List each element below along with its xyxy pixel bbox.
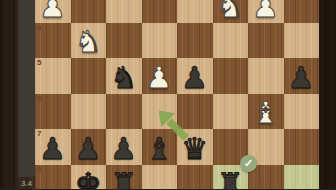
piece-black-knight-f5[interactable]: ♞ [110, 63, 137, 94]
square-d4[interactable] [177, 23, 213, 59]
piece-white-knight-c3[interactable]: ♞ [217, 0, 244, 23]
square-h8[interactable]: 8 [35, 165, 71, 190]
square-e6[interactable] [142, 94, 178, 130]
square-c3[interactable]: ♞ [213, 0, 249, 23]
square-a5[interactable]: ♟ [284, 58, 320, 94]
square-d8[interactable] [177, 165, 213, 190]
checkmark-icon: ✓ [244, 158, 253, 169]
piece-black-pawn-h7[interactable]: ♟ [39, 134, 66, 165]
piece-black-pawn-d5[interactable]: ♟ [181, 63, 208, 94]
chess-board[interactable]: 123♟♞♟4♞5♞♟♟♟6♝7♟♟♟♝♛8♚♜♜ [35, 0, 319, 189]
square-g3[interactable] [71, 0, 107, 23]
square-h5[interactable]: 5 [35, 58, 71, 94]
piece-black-rook-c8[interactable]: ♜ [217, 169, 244, 189]
square-b3[interactable]: ♟ [248, 0, 284, 23]
square-a6[interactable] [284, 94, 320, 130]
rank-label-4: 4 [37, 24, 41, 32]
square-e3[interactable] [142, 0, 178, 23]
piece-black-pawn-g7[interactable]: ♟ [75, 134, 102, 165]
square-c6[interactable] [213, 94, 249, 130]
piece-white-knight-g4[interactable]: ♞ [75, 27, 102, 58]
square-e7[interactable]: ♝ [142, 129, 178, 165]
square-h7[interactable]: 7♟ [35, 129, 71, 165]
square-f3[interactable] [106, 0, 142, 23]
square-f4[interactable] [106, 23, 142, 59]
square-c5[interactable] [213, 58, 249, 94]
square-g8[interactable]: ♚ [71, 165, 107, 190]
square-e5[interactable]: ♟ [142, 58, 178, 94]
square-d7[interactable]: ♛ [177, 129, 213, 165]
square-a4[interactable] [284, 23, 320, 59]
square-a3[interactable] [284, 0, 320, 23]
square-g7[interactable]: ♟ [71, 129, 107, 165]
square-d6[interactable] [177, 94, 213, 130]
square-g4[interactable]: ♞ [71, 23, 107, 59]
rank-label-6: 6 [37, 95, 41, 103]
square-g5[interactable] [71, 58, 107, 94]
piece-black-rook-f8[interactable]: ♜ [110, 169, 137, 189]
chess-app-background: 3.4 123♟♞♟4♞5♞♟♟♟6♝7♟♟♟♝♛8♚♜♜ ✓ [0, 0, 336, 189]
square-f8[interactable]: ♜ [106, 165, 142, 190]
table-edge-right [319, 0, 336, 189]
piece-black-pawn-f7[interactable]: ♟ [110, 134, 137, 165]
piece-white-bishop-b6[interactable]: ♝ [252, 98, 279, 129]
square-h6[interactable]: 6 [35, 94, 71, 130]
piece-white-pawn-e5[interactable]: ♟ [146, 63, 173, 94]
piece-black-bishop-e7[interactable]: ♝ [146, 134, 173, 165]
square-b5[interactable] [248, 58, 284, 94]
square-d3[interactable] [177, 0, 213, 23]
square-h4[interactable]: 4 [35, 23, 71, 59]
rank-label-8: 8 [37, 166, 41, 174]
square-f6[interactable] [106, 94, 142, 130]
square-h3[interactable]: 3♟ [35, 0, 71, 23]
best-move-badge: ✓ [240, 155, 257, 172]
square-f5[interactable]: ♞ [106, 58, 142, 94]
square-b4[interactable] [248, 23, 284, 59]
square-d5[interactable]: ♟ [177, 58, 213, 94]
square-c4[interactable] [213, 23, 249, 59]
square-b6[interactable]: ♝ [248, 94, 284, 130]
piece-white-pawn-h3[interactable]: ♟ [39, 0, 66, 23]
piece-black-king-g8[interactable]: ♚ [75, 169, 102, 189]
square-e4[interactable] [142, 23, 178, 59]
rank-label-5: 5 [37, 59, 41, 67]
square-f7[interactable]: ♟ [106, 129, 142, 165]
square-a7[interactable] [284, 129, 320, 165]
square-e8[interactable] [142, 165, 178, 190]
piece-black-pawn-a5[interactable]: ♟ [288, 63, 315, 94]
piece-white-pawn-b3[interactable]: ♟ [252, 0, 279, 23]
piece-black-queen-d7[interactable]: ♛ [181, 134, 208, 165]
square-g6[interactable] [71, 94, 107, 130]
evaluation-bar [18, 0, 35, 177]
square-a8[interactable] [284, 165, 320, 190]
